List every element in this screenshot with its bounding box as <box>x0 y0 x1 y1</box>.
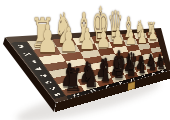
white-pawn: ♟ <box>30 21 65 60</box>
black-rook: ♜ <box>59 66 88 97</box>
chess-set-photo: 12345678 HGFEDCBA ♜♞♝♛♚♟♝♟♞♟♟♜♟♟♟♟♟♟♜♟♞♟… <box>0 0 170 120</box>
